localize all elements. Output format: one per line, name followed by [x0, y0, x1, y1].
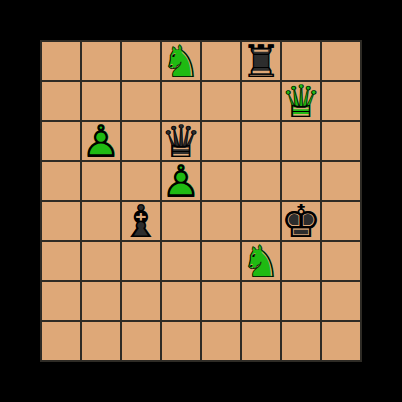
piece-dark-queen[interactable]: ♛♕	[162, 122, 200, 160]
piece-green-pawn[interactable]: ♟♙	[82, 122, 120, 160]
square-g1[interactable]	[282, 322, 320, 360]
square-h8[interactable]	[322, 42, 360, 80]
square-a5[interactable]	[42, 162, 80, 200]
square-h4[interactable]	[322, 202, 360, 240]
green-knight-fill-glyph: ♞	[161, 39, 201, 84]
green-knight-outline-glyph: ♘	[241, 239, 281, 284]
square-g3[interactable]	[282, 242, 320, 280]
square-e1[interactable]	[202, 322, 240, 360]
square-b8[interactable]	[82, 42, 120, 80]
square-d8[interactable]: ♞♘	[162, 42, 200, 80]
square-d2[interactable]	[162, 282, 200, 320]
square-b3[interactable]	[82, 242, 120, 280]
square-c8[interactable]	[122, 42, 160, 80]
square-f4[interactable]	[242, 202, 280, 240]
dark-queen-outline-glyph: ♕	[161, 119, 201, 164]
square-g4[interactable]: ♚♔	[282, 202, 320, 240]
dark-king-fill-glyph: ♚	[281, 199, 321, 244]
piece-dark-rook[interactable]: ♜♖	[242, 42, 280, 80]
square-f7[interactable]	[242, 82, 280, 120]
square-a3[interactable]	[42, 242, 80, 280]
square-h5[interactable]	[322, 162, 360, 200]
square-e2[interactable]	[202, 282, 240, 320]
square-d7[interactable]	[162, 82, 200, 120]
square-d3[interactable]	[162, 242, 200, 280]
square-g5[interactable]	[282, 162, 320, 200]
square-d4[interactable]	[162, 202, 200, 240]
square-d6[interactable]: ♛♕	[162, 122, 200, 160]
square-h3[interactable]	[322, 242, 360, 280]
green-pawn-outline-glyph: ♙	[161, 159, 201, 204]
square-f2[interactable]	[242, 282, 280, 320]
dark-king-outline-glyph: ♔	[281, 199, 321, 244]
piece-green-knight[interactable]: ♞♘	[162, 42, 200, 80]
square-e4[interactable]	[202, 202, 240, 240]
square-f3[interactable]: ♞♘	[242, 242, 280, 280]
square-b5[interactable]	[82, 162, 120, 200]
green-pawn-outline-glyph: ♙	[81, 119, 121, 164]
piece-dark-king[interactable]: ♚♔	[282, 202, 320, 240]
green-queen-fill-glyph: ♛	[281, 79, 321, 124]
dark-rook-fill-glyph: ♜	[241, 39, 281, 84]
square-e5[interactable]	[202, 162, 240, 200]
square-h6[interactable]	[322, 122, 360, 160]
green-knight-outline-glyph: ♘	[161, 39, 201, 84]
square-e7[interactable]	[202, 82, 240, 120]
square-c6[interactable]	[122, 122, 160, 160]
square-a8[interactable]	[42, 42, 80, 80]
square-d1[interactable]	[162, 322, 200, 360]
square-c7[interactable]	[122, 82, 160, 120]
chess-board: ♞♘♜♖♛♕♟♙♛♕♟♙♝♗♚♔♞♘	[40, 40, 362, 362]
chess-diagram: ♞♘♜♖♛♕♟♙♛♕♟♙♝♗♚♔♞♘	[0, 0, 402, 402]
piece-green-knight[interactable]: ♞♘	[242, 242, 280, 280]
square-c3[interactable]	[122, 242, 160, 280]
square-d5[interactable]: ♟♙	[162, 162, 200, 200]
square-b1[interactable]	[82, 322, 120, 360]
square-e6[interactable]	[202, 122, 240, 160]
square-e3[interactable]	[202, 242, 240, 280]
square-c2[interactable]	[122, 282, 160, 320]
square-g7[interactable]: ♛♕	[282, 82, 320, 120]
square-e8[interactable]	[202, 42, 240, 80]
square-b7[interactable]	[82, 82, 120, 120]
square-f6[interactable]	[242, 122, 280, 160]
square-f1[interactable]	[242, 322, 280, 360]
green-queen-outline-glyph: ♕	[281, 79, 321, 124]
square-b4[interactable]	[82, 202, 120, 240]
dark-bishop-fill-glyph: ♝	[121, 199, 161, 244]
piece-green-queen[interactable]: ♛♕	[282, 82, 320, 120]
square-f5[interactable]	[242, 162, 280, 200]
square-a6[interactable]	[42, 122, 80, 160]
square-f8[interactable]: ♜♖	[242, 42, 280, 80]
square-h7[interactable]	[322, 82, 360, 120]
square-a7[interactable]	[42, 82, 80, 120]
square-c1[interactable]	[122, 322, 160, 360]
green-pawn-fill-glyph: ♟	[81, 119, 121, 164]
square-h1[interactable]	[322, 322, 360, 360]
square-b2[interactable]	[82, 282, 120, 320]
green-knight-fill-glyph: ♞	[241, 239, 281, 284]
square-c4[interactable]: ♝♗	[122, 202, 160, 240]
dark-bishop-outline-glyph: ♗	[121, 199, 161, 244]
piece-dark-bishop[interactable]: ♝♗	[122, 202, 160, 240]
dark-queen-fill-glyph: ♛	[161, 119, 201, 164]
green-pawn-fill-glyph: ♟	[161, 159, 201, 204]
square-g2[interactable]	[282, 282, 320, 320]
square-a1[interactable]	[42, 322, 80, 360]
square-h2[interactable]	[322, 282, 360, 320]
square-a4[interactable]	[42, 202, 80, 240]
square-b6[interactable]: ♟♙	[82, 122, 120, 160]
square-g6[interactable]	[282, 122, 320, 160]
dark-rook-outline-glyph: ♖	[241, 39, 281, 84]
square-c5[interactable]	[122, 162, 160, 200]
square-g8[interactable]	[282, 42, 320, 80]
square-a2[interactable]	[42, 282, 80, 320]
piece-green-pawn[interactable]: ♟♙	[162, 162, 200, 200]
